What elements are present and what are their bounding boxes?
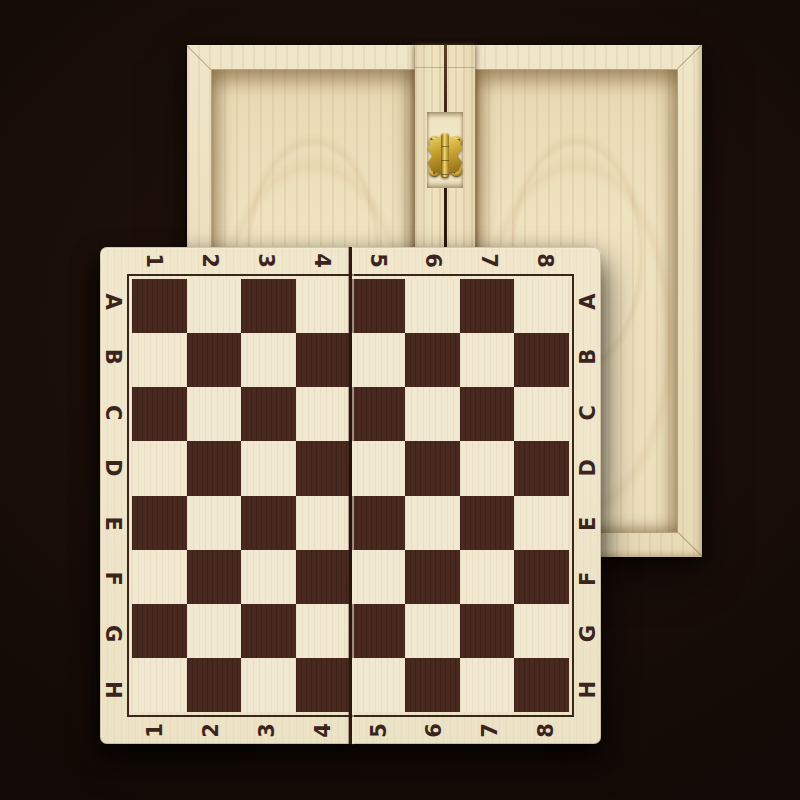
square-c8[interactable] <box>514 387 569 441</box>
square-g5[interactable] <box>351 604 406 658</box>
square-a5[interactable] <box>351 279 406 333</box>
miter-joint-line <box>678 532 703 557</box>
square-a6[interactable] <box>405 279 460 333</box>
square-a1[interactable] <box>132 279 187 333</box>
square-f6[interactable] <box>405 550 460 604</box>
square-b3[interactable] <box>241 333 296 387</box>
square-f5[interactable] <box>351 550 406 604</box>
square-b2[interactable] <box>187 333 242 387</box>
square-g4[interactable] <box>296 604 351 658</box>
square-f8[interactable] <box>514 550 569 604</box>
square-c5[interactable] <box>351 387 406 441</box>
square-c7[interactable] <box>460 387 515 441</box>
square-d7[interactable] <box>460 441 515 495</box>
square-g6[interactable] <box>405 604 460 658</box>
square-h5[interactable] <box>351 658 406 712</box>
square-b7[interactable] <box>460 333 515 387</box>
board-fold-seam <box>349 247 352 744</box>
square-h6[interactable] <box>405 658 460 712</box>
square-h2[interactable] <box>187 658 242 712</box>
square-f4[interactable] <box>296 550 351 604</box>
square-g2[interactable] <box>187 604 242 658</box>
square-e5[interactable] <box>351 496 406 550</box>
square-e3[interactable] <box>241 496 296 550</box>
square-f3[interactable] <box>241 550 296 604</box>
square-f1[interactable] <box>132 550 187 604</box>
square-g7[interactable] <box>460 604 515 658</box>
miter-joint-line <box>186 45 211 70</box>
square-b6[interactable] <box>405 333 460 387</box>
square-d8[interactable] <box>514 441 569 495</box>
square-d2[interactable] <box>187 441 242 495</box>
square-g3[interactable] <box>241 604 296 658</box>
square-b5[interactable] <box>351 333 406 387</box>
square-c3[interactable] <box>241 387 296 441</box>
square-g1[interactable] <box>132 604 187 658</box>
square-e7[interactable] <box>460 496 515 550</box>
square-e4[interactable] <box>296 496 351 550</box>
square-h1[interactable] <box>132 658 187 712</box>
square-e1[interactable] <box>132 496 187 550</box>
square-d5[interactable] <box>351 441 406 495</box>
square-b4[interactable] <box>296 333 351 387</box>
rank-labels-left: ABCDEFGH <box>100 274 127 717</box>
square-e8[interactable] <box>514 496 569 550</box>
square-d6[interactable] <box>405 441 460 495</box>
square-c6[interactable] <box>405 387 460 441</box>
brass-hinge-icon <box>428 133 462 178</box>
hinge-knuckle <box>441 133 449 178</box>
square-h3[interactable] <box>241 658 296 712</box>
square-e6[interactable] <box>405 496 460 550</box>
square-d4[interactable] <box>296 441 351 495</box>
square-c2[interactable] <box>187 387 242 441</box>
product-photo-scene: 12345678 12345678 ABCDEFGH ABCDEFGH <box>0 0 800 800</box>
square-b1[interactable] <box>132 333 187 387</box>
square-d3[interactable] <box>241 441 296 495</box>
square-h4[interactable] <box>296 658 351 712</box>
square-c4[interactable] <box>296 387 351 441</box>
square-a2[interactable] <box>187 279 242 333</box>
square-g8[interactable] <box>514 604 569 658</box>
rank-labels-right: ABCDEFGH <box>574 274 601 717</box>
square-h8[interactable] <box>514 658 569 712</box>
square-a7[interactable] <box>460 279 515 333</box>
square-a4[interactable] <box>296 279 351 333</box>
square-a8[interactable] <box>514 279 569 333</box>
square-e2[interactable] <box>187 496 242 550</box>
square-b8[interactable] <box>514 333 569 387</box>
square-c1[interactable] <box>132 387 187 441</box>
miter-joint-line <box>677 44 702 69</box>
square-d1[interactable] <box>132 441 187 495</box>
square-h7[interactable] <box>460 658 515 712</box>
square-a3[interactable] <box>241 279 296 333</box>
square-f7[interactable] <box>460 550 515 604</box>
square-f2[interactable] <box>187 550 242 604</box>
chessboard: 12345678 12345678 ABCDEFGH ABCDEFGH <box>100 247 601 744</box>
